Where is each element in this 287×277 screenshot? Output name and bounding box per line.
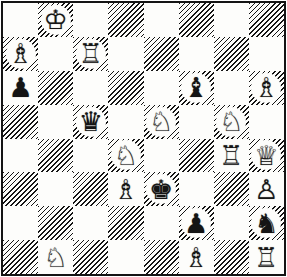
square-d5 (108, 105, 143, 139)
square-a6: ♟ (3, 71, 38, 105)
white-knight-icon: ♘ (41, 242, 71, 272)
square-e7 (144, 37, 179, 71)
square-e3: ♚ (144, 172, 179, 206)
square-c4 (73, 139, 108, 173)
white-bishop-icon: ♗ (6, 39, 36, 69)
white-rook-icon: ♖ (216, 140, 246, 170)
square-h6: ♗ (249, 71, 284, 105)
square-b1: ♘ (38, 240, 73, 274)
square-e2 (144, 206, 179, 240)
square-d6 (108, 71, 143, 105)
square-h3: ♙ (249, 172, 284, 206)
square-f7 (179, 37, 214, 71)
square-b5 (38, 105, 73, 139)
square-b3 (38, 172, 73, 206)
square-b7 (38, 37, 73, 71)
square-g5: ♘ (214, 105, 249, 139)
square-b2 (38, 206, 73, 240)
square-a4 (3, 139, 38, 173)
white-pawn-icon: ♙ (251, 174, 281, 204)
square-a5 (3, 105, 38, 139)
square-e8 (144, 3, 179, 37)
chess-board: ♔♗♖♟♝♗♛♘♘♘♖♕♗♚♙♟♞♘♗♖ (1, 1, 286, 276)
black-king-icon: ♚ (146, 174, 176, 204)
square-h7 (249, 37, 284, 71)
black-pawn-icon: ♟ (181, 208, 211, 238)
white-bishop-icon: ♗ (181, 242, 211, 272)
black-knight-icon: ♞ (251, 208, 281, 238)
white-rook-icon: ♖ (251, 242, 281, 272)
square-d8 (108, 3, 143, 37)
square-a1 (3, 240, 38, 274)
square-g1 (214, 240, 249, 274)
square-d2 (108, 206, 143, 240)
square-b6 (38, 71, 73, 105)
white-rook-icon: ♖ (76, 39, 106, 69)
square-g4: ♖ (214, 139, 249, 173)
square-c3 (73, 172, 108, 206)
square-c6 (73, 71, 108, 105)
black-bishop-icon: ♝ (181, 73, 211, 103)
white-queen-icon: ♕ (251, 140, 281, 170)
white-knight-icon: ♘ (146, 107, 176, 137)
square-c1 (73, 240, 108, 274)
square-e5: ♘ (144, 105, 179, 139)
white-knight-icon: ♘ (111, 140, 141, 170)
square-f4 (179, 139, 214, 173)
square-d1 (108, 240, 143, 274)
square-f5 (179, 105, 214, 139)
square-f3 (179, 172, 214, 206)
square-g3 (214, 172, 249, 206)
square-h4: ♕ (249, 139, 284, 173)
square-h5 (249, 105, 284, 139)
square-g7 (214, 37, 249, 71)
square-e4 (144, 139, 179, 173)
square-b4 (38, 139, 73, 173)
white-bishop-icon: ♗ (251, 73, 281, 103)
white-bishop-icon: ♗ (111, 174, 141, 204)
square-a7: ♗ (3, 37, 38, 71)
square-d4: ♘ (108, 139, 143, 173)
square-a3 (3, 172, 38, 206)
square-f6: ♝ (179, 71, 214, 105)
square-d3: ♗ (108, 172, 143, 206)
square-a2 (3, 206, 38, 240)
square-a8 (3, 3, 38, 37)
chess-diagram: ♔♗♖♟♝♗♛♘♘♘♖♕♗♚♙♟♞♘♗♖ (0, 0, 287, 277)
square-f2: ♟ (179, 206, 214, 240)
square-b8: ♔ (38, 3, 73, 37)
square-g6 (214, 71, 249, 105)
square-c5: ♛ (73, 105, 108, 139)
black-queen-icon: ♛ (76, 107, 106, 137)
square-d7 (108, 37, 143, 71)
square-h2: ♞ (249, 206, 284, 240)
square-f1: ♗ (179, 240, 214, 274)
square-g2 (214, 206, 249, 240)
square-c7: ♖ (73, 37, 108, 71)
square-c8 (73, 3, 108, 37)
square-c2 (73, 206, 108, 240)
square-e6 (144, 71, 179, 105)
square-h1: ♖ (249, 240, 284, 274)
black-pawn-icon: ♟ (6, 73, 36, 103)
square-e1 (144, 240, 179, 274)
white-king-icon: ♔ (41, 5, 71, 35)
square-g8 (214, 3, 249, 37)
white-knight-icon: ♘ (216, 107, 246, 137)
square-h8 (249, 3, 284, 37)
square-f8 (179, 3, 214, 37)
